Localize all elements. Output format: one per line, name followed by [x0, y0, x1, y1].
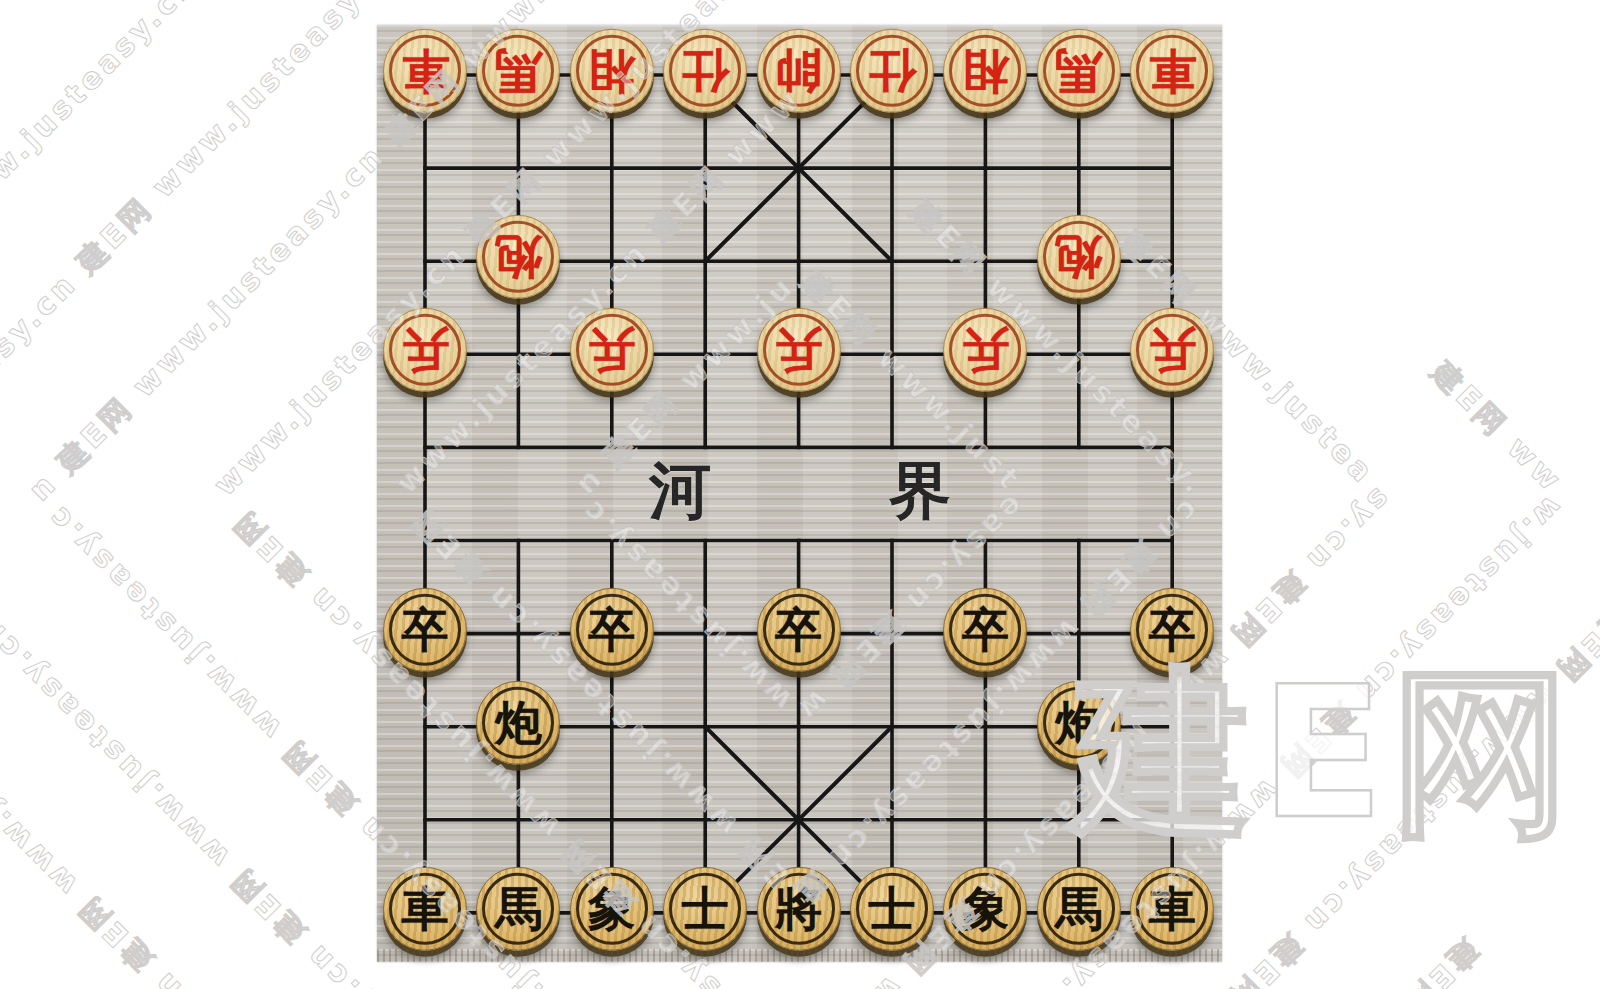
piece-character: 卒: [1149, 606, 1196, 653]
xiangqi-board[interactable]: 河 界 車馬相仕帥仕相馬車炮炮兵兵兵兵兵卒卒卒卒卒炮炮車馬象士將士象馬車: [377, 25, 1222, 962]
piece-character: 相: [588, 47, 635, 94]
river-label-he: 河: [649, 449, 711, 533]
piece-character: 兵: [775, 327, 822, 374]
piece-red-cannon[interactable]: 炮: [476, 215, 560, 299]
piece-character: 兵: [402, 327, 449, 374]
piece-character: 兵: [1149, 327, 1196, 374]
piece-red-soldier[interactable]: 兵: [1130, 308, 1214, 392]
piece-character: 相: [962, 47, 1009, 94]
piece-red-horse[interactable]: 馬: [1037, 29, 1121, 113]
piece-character: 象: [962, 885, 1009, 932]
piece-character: 炮: [1055, 699, 1102, 746]
piece-black-chariot[interactable]: 車: [383, 867, 467, 951]
piece-red-elephant[interactable]: 相: [943, 29, 1027, 113]
piece-red-general[interactable]: 帥: [757, 29, 841, 113]
screenshot-canvas: 河 界 車馬相仕帥仕相馬車炮炮兵兵兵兵兵卒卒卒卒卒炮炮車馬象士將士象馬車 建E网…: [0, 0, 1600, 989]
piece-black-elephant[interactable]: 象: [943, 867, 1027, 951]
piece-black-general[interactable]: 將: [757, 867, 841, 951]
piece-character: 馬: [1055, 47, 1102, 94]
piece-black-soldier[interactable]: 卒: [570, 587, 654, 671]
piece-black-soldier[interactable]: 卒: [1130, 587, 1214, 671]
piece-character: 將: [775, 885, 822, 932]
piece-character: 仕: [869, 47, 916, 94]
piece-character: 炮: [495, 233, 542, 280]
board-grid: [377, 25, 1222, 962]
piece-black-soldier[interactable]: 卒: [943, 587, 1027, 671]
piece-character: 馬: [495, 47, 542, 94]
piece-black-horse[interactable]: 馬: [476, 867, 560, 951]
piece-red-soldier[interactable]: 兵: [943, 308, 1027, 392]
piece-character: 兵: [588, 327, 635, 374]
piece-character: 卒: [588, 606, 635, 653]
piece-black-cannon[interactable]: 炮: [1037, 680, 1121, 764]
piece-red-soldier[interactable]: 兵: [383, 308, 467, 392]
piece-red-soldier[interactable]: 兵: [757, 308, 841, 392]
piece-character: 車: [1149, 47, 1196, 94]
piece-black-horse[interactable]: 馬: [1037, 867, 1121, 951]
piece-character: 炮: [1055, 233, 1102, 280]
piece-character: 卒: [962, 606, 1009, 653]
piece-black-elephant[interactable]: 象: [570, 867, 654, 951]
piece-character: 馬: [1055, 885, 1102, 932]
piece-red-chariot[interactable]: 車: [1130, 29, 1214, 113]
piece-character: 士: [869, 885, 916, 932]
piece-red-elephant[interactable]: 相: [570, 29, 654, 113]
piece-character: 帥: [775, 47, 822, 94]
piece-character: 車: [402, 885, 449, 932]
piece-red-cannon[interactable]: 炮: [1037, 215, 1121, 299]
river-label-jie: 界: [889, 449, 951, 533]
piece-character: 兵: [962, 327, 1009, 374]
piece-black-soldier[interactable]: 卒: [383, 587, 467, 671]
piece-character: 炮: [495, 699, 542, 746]
piece-character: 車: [402, 47, 449, 94]
piece-black-cannon[interactable]: 炮: [476, 680, 560, 764]
piece-black-advisor[interactable]: 士: [850, 867, 934, 951]
piece-black-chariot[interactable]: 車: [1130, 867, 1214, 951]
piece-red-chariot[interactable]: 車: [383, 29, 467, 113]
piece-character: 卒: [402, 606, 449, 653]
piece-character: 馬: [495, 885, 542, 932]
piece-red-advisor[interactable]: 仕: [850, 29, 934, 113]
piece-red-horse[interactable]: 馬: [476, 29, 560, 113]
piece-character: 象: [588, 885, 635, 932]
piece-character: 仕: [682, 47, 729, 94]
piece-character: 車: [1149, 885, 1196, 932]
piece-red-advisor[interactable]: 仕: [663, 29, 747, 113]
piece-red-soldier[interactable]: 兵: [570, 308, 654, 392]
piece-black-advisor[interactable]: 士: [663, 867, 747, 951]
piece-character: 士: [682, 885, 729, 932]
piece-character: 卒: [775, 606, 822, 653]
piece-black-soldier[interactable]: 卒: [757, 587, 841, 671]
